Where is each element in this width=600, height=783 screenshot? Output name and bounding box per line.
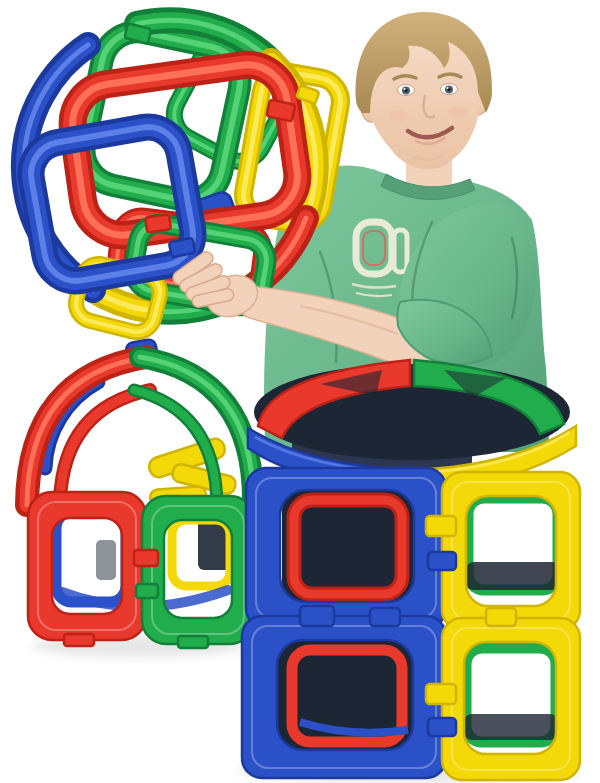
cyl-window4-dark (464, 714, 558, 740)
blue-tab-h (300, 606, 334, 626)
green-tab-bottom (178, 636, 208, 648)
dome-interior-dark2 (96, 540, 116, 580)
blue-tab (428, 718, 456, 736)
construction-dome (27, 339, 254, 648)
yellow-tab-h (486, 608, 516, 626)
dome-green-panel (142, 496, 254, 644)
green-tab (136, 584, 158, 598)
blue-tab (428, 552, 456, 570)
yellow-tab (426, 684, 456, 704)
boy-head (356, 12, 492, 169)
blue-tab (169, 238, 196, 258)
blue-tab-h (370, 608, 400, 626)
cylinder-yellow-panel-upper (442, 472, 580, 630)
red-tab (134, 550, 158, 566)
cylinder-yellow-panel-lower (442, 618, 580, 780)
scene-illustration (0, 0, 600, 783)
cyl-window2-dark (466, 562, 560, 590)
dome-red-arc (27, 357, 150, 505)
dome-red-panel (28, 492, 146, 640)
red-tab-bottom (64, 634, 94, 646)
photo-canvas (0, 0, 600, 783)
construction-cylinder (242, 360, 580, 780)
eye-right (441, 84, 458, 95)
cheek-left (388, 110, 408, 122)
yellow-tab (426, 516, 456, 536)
red-tab (266, 99, 295, 121)
eye-left (398, 85, 415, 96)
cheek-right (448, 106, 468, 118)
red-tab (145, 214, 171, 232)
